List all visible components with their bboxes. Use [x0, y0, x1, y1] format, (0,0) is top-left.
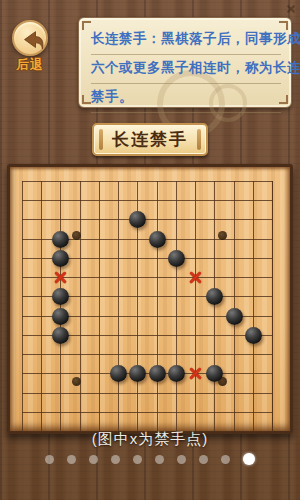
black-stone — [52, 288, 69, 305]
page-dot[interactable] — [111, 455, 120, 464]
board-grid — [22, 181, 273, 432]
card-corner-ornament — [82, 21, 91, 30]
black-stone — [52, 231, 69, 248]
forbidden-point-x-marker — [188, 366, 203, 381]
gomoku-board — [7, 164, 293, 434]
forbidden-point-x-marker — [188, 270, 203, 285]
pagination-dots — [0, 453, 300, 465]
page-dot[interactable] — [177, 455, 186, 464]
tutorial-screen: 后退 长连禁手：黑棋落子后，同事形成 六个或更多黑子相连时，称为长连 禁手。 长… — [0, 0, 300, 500]
black-stone — [110, 365, 127, 382]
tutorial-text-card: 长连禁手：黑棋落子后，同事形成 六个或更多黑子相连时，称为长连 禁手。 — [78, 17, 292, 108]
black-stone — [245, 327, 262, 344]
black-stone — [129, 365, 146, 382]
star-point — [72, 377, 81, 386]
page-dot[interactable] — [133, 455, 142, 464]
tutorial-text-line: 禁手。 — [91, 84, 281, 113]
black-stone — [52, 308, 69, 325]
star-point — [218, 231, 227, 240]
page-dot[interactable] — [155, 455, 164, 464]
board-caption: (图中x为禁手点) — [0, 430, 300, 449]
forbidden-point-x-marker — [53, 270, 68, 285]
page-title-banner: 长连禁手 — [92, 123, 208, 156]
tutorial-text-line: 长连禁手：黑棋落子后，同事形成 — [91, 26, 281, 55]
black-stone — [206, 288, 223, 305]
black-stone — [149, 365, 166, 382]
page-dot[interactable] — [89, 455, 98, 464]
back-arrow-icon — [18, 26, 46, 54]
page-dot[interactable] — [67, 455, 76, 464]
black-stone — [129, 211, 146, 228]
tutorial-text-line: 六个或更多黑子相连时，称为长连 — [91, 55, 281, 84]
star-point — [72, 231, 81, 240]
page-dot[interactable] — [199, 455, 208, 464]
black-stone — [168, 365, 185, 382]
black-stone — [168, 250, 185, 267]
page-dot[interactable] — [221, 455, 230, 464]
page-dot-active[interactable] — [243, 453, 255, 465]
black-stone — [52, 250, 69, 267]
page-dot[interactable] — [45, 455, 54, 464]
back-button[interactable] — [12, 20, 48, 56]
black-stone — [226, 308, 243, 325]
corner-decoration-icon — [286, 4, 296, 14]
black-stone — [52, 327, 69, 344]
back-button-label[interactable]: 后退 — [0, 56, 60, 74]
card-corner-ornament — [82, 95, 91, 104]
black-stone — [149, 231, 166, 248]
